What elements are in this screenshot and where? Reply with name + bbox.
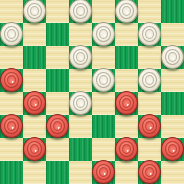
- square-r4c4: [92, 92, 115, 115]
- square-r0c0: [0, 0, 23, 23]
- white-checker-piece[interactable]: [115, 0, 138, 23]
- square-r3c3: [69, 69, 92, 92]
- square-r5c4-playable[interactable]: [92, 115, 115, 138]
- square-r2c7-playable[interactable]: [161, 46, 184, 69]
- red-checker-piece[interactable]: [115, 137, 138, 161]
- square-r1c3: [69, 23, 92, 46]
- square-r2c1-playable[interactable]: [23, 46, 46, 69]
- square-r4c2: [46, 92, 69, 115]
- square-r2c2: [46, 46, 69, 69]
- red-checker-piece[interactable]: [0, 114, 23, 138]
- white-checker-piece[interactable]: [138, 22, 161, 46]
- square-r6c3-playable[interactable]: [69, 138, 92, 161]
- square-r4c5-playable[interactable]: [115, 92, 138, 115]
- square-r7c6-playable[interactable]: [138, 161, 161, 184]
- white-checker-piece[interactable]: [69, 91, 92, 115]
- square-r3c6-playable[interactable]: [138, 69, 161, 92]
- white-checker-piece[interactable]: [23, 0, 46, 23]
- red-checker-piece[interactable]: [138, 114, 161, 138]
- square-r5c1: [23, 115, 46, 138]
- white-checker-piece[interactable]: [0, 22, 23, 46]
- white-checker-piece[interactable]: [161, 45, 184, 69]
- square-r4c1-playable[interactable]: [23, 92, 46, 115]
- square-r7c3: [69, 161, 92, 184]
- square-r6c2: [46, 138, 69, 161]
- square-r0c1-playable[interactable]: [23, 0, 46, 23]
- square-r6c6: [138, 138, 161, 161]
- square-r3c7: [161, 69, 184, 92]
- square-r3c4-playable[interactable]: [92, 69, 115, 92]
- square-r7c4-playable[interactable]: [92, 161, 115, 184]
- square-r3c0-playable[interactable]: [0, 69, 23, 92]
- square-r1c0-playable[interactable]: [0, 23, 23, 46]
- square-r4c6: [138, 92, 161, 115]
- red-checker-piece[interactable]: [138, 160, 161, 184]
- square-r3c5: [115, 69, 138, 92]
- square-r3c2-playable[interactable]: [46, 69, 69, 92]
- square-r1c7: [161, 23, 184, 46]
- red-checker-piece[interactable]: [23, 137, 46, 161]
- square-r0c5-playable[interactable]: [115, 0, 138, 23]
- square-r5c2-playable[interactable]: [46, 115, 69, 138]
- square-r0c6: [138, 0, 161, 23]
- square-r4c0: [0, 92, 23, 115]
- square-r1c5: [115, 23, 138, 46]
- red-checker-piece[interactable]: [0, 68, 23, 92]
- square-r6c4: [92, 138, 115, 161]
- square-r4c3-playable[interactable]: [69, 92, 92, 115]
- square-r1c4-playable[interactable]: [92, 23, 115, 46]
- red-checker-piece[interactable]: [23, 91, 46, 115]
- square-r2c6: [138, 46, 161, 69]
- square-r7c0-playable[interactable]: [0, 161, 23, 184]
- white-checker-piece[interactable]: [138, 68, 161, 92]
- square-r3c1: [23, 69, 46, 92]
- white-checker-piece[interactable]: [69, 45, 92, 69]
- square-r6c1-playable[interactable]: [23, 138, 46, 161]
- square-r1c1: [23, 23, 46, 46]
- white-checker-piece[interactable]: [92, 22, 115, 46]
- square-r2c0: [0, 46, 23, 69]
- square-r6c0: [0, 138, 23, 161]
- square-r7c7: [161, 161, 184, 184]
- square-r1c2-playable[interactable]: [46, 23, 69, 46]
- red-checker-piece[interactable]: [115, 91, 138, 115]
- white-checker-piece[interactable]: [69, 0, 92, 23]
- square-r6c5-playable[interactable]: [115, 138, 138, 161]
- square-r0c7-playable[interactable]: [161, 0, 184, 23]
- checkers-board: [0, 0, 184, 184]
- square-r5c3: [69, 115, 92, 138]
- square-r2c4: [92, 46, 115, 69]
- square-r2c3-playable[interactable]: [69, 46, 92, 69]
- square-r5c0-playable[interactable]: [0, 115, 23, 138]
- square-r6c7-playable[interactable]: [161, 138, 184, 161]
- red-checker-piece[interactable]: [46, 114, 69, 138]
- red-checker-piece[interactable]: [161, 137, 184, 161]
- square-r0c4: [92, 0, 115, 23]
- square-r4c7-playable[interactable]: [161, 92, 184, 115]
- square-r7c1: [23, 161, 46, 184]
- square-r7c2-playable[interactable]: [46, 161, 69, 184]
- red-checker-piece[interactable]: [92, 160, 115, 184]
- square-r7c5: [115, 161, 138, 184]
- square-r0c2: [46, 0, 69, 23]
- white-checker-piece[interactable]: [92, 68, 115, 92]
- square-r2c5-playable[interactable]: [115, 46, 138, 69]
- square-r0c3-playable[interactable]: [69, 0, 92, 23]
- square-r5c5: [115, 115, 138, 138]
- square-r5c6-playable[interactable]: [138, 115, 161, 138]
- square-r5c7: [161, 115, 184, 138]
- square-r1c6-playable[interactable]: [138, 23, 161, 46]
